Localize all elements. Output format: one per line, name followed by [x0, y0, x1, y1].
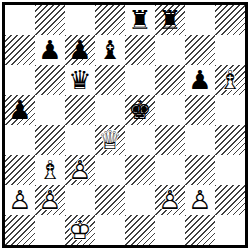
square-d3[interactable]	[95, 155, 125, 185]
square-h7[interactable]	[215, 35, 245, 65]
square-e6[interactable]	[125, 65, 155, 95]
square-f4[interactable]	[155, 125, 185, 155]
square-e2[interactable]	[125, 185, 155, 215]
piece-black-queen: ♛	[65, 65, 95, 95]
piece-outline: ♙	[65, 155, 95, 185]
square-g7[interactable]	[185, 35, 215, 65]
square-h2[interactable]	[215, 185, 245, 215]
square-c3[interactable]: ♟♙	[65, 155, 95, 185]
piece-outline: ♕	[95, 125, 125, 155]
square-e3[interactable]	[125, 155, 155, 185]
square-c5[interactable]	[65, 95, 95, 125]
square-h4[interactable]	[215, 125, 245, 155]
square-f2[interactable]: ♟♙	[155, 185, 185, 215]
square-g5[interactable]	[185, 95, 215, 125]
piece-white-bishop: ♝♗	[35, 155, 65, 185]
square-e4[interactable]	[125, 125, 155, 155]
square-f3[interactable]	[155, 155, 185, 185]
square-e7[interactable]	[125, 35, 155, 65]
square-b3[interactable]: ♝♗	[35, 155, 65, 185]
piece-outline: ♗	[35, 155, 65, 185]
square-g3[interactable]	[185, 155, 215, 185]
piece-outline: ♙	[35, 185, 65, 215]
square-f5[interactable]	[155, 95, 185, 125]
piece-outline: ♙	[5, 185, 35, 215]
square-h6[interactable]: ♝♗	[215, 65, 245, 95]
square-a1[interactable]	[5, 215, 35, 245]
square-d8[interactable]	[95, 5, 125, 35]
square-a7[interactable]	[5, 35, 35, 65]
piece-black-pawn: ♟	[35, 35, 65, 65]
piece-white-pawn: ♟♙	[5, 185, 35, 215]
piece-black-pawn: ♟	[65, 35, 95, 65]
square-c6[interactable]: ♛	[65, 65, 95, 95]
piece-white-queen: ♛♕	[95, 125, 125, 155]
square-d7[interactable]: ♝	[95, 35, 125, 65]
square-d2[interactable]	[95, 185, 125, 215]
square-a4[interactable]	[5, 125, 35, 155]
piece-white-pawn: ♟♙	[155, 185, 185, 215]
square-g8[interactable]	[185, 5, 215, 35]
square-b2[interactable]: ♟♙	[35, 185, 65, 215]
chess-board: ♜♜♟♟♝♛♟♝♗♟♚♛♕♝♗♟♙♟♙♟♙♟♙♟♙♚♔	[2, 2, 248, 248]
square-f7[interactable]	[155, 35, 185, 65]
piece-white-king: ♚♔	[65, 215, 95, 245]
square-c1[interactable]: ♚♔	[65, 215, 95, 245]
square-g6[interactable]: ♟	[185, 65, 215, 95]
square-g4[interactable]	[185, 125, 215, 155]
square-g1[interactable]	[185, 215, 215, 245]
piece-black-rook: ♜	[155, 5, 185, 35]
square-a3[interactable]	[5, 155, 35, 185]
piece-white-pawn: ♟♙	[35, 185, 65, 215]
square-d1[interactable]	[95, 215, 125, 245]
square-d4[interactable]: ♛♕	[95, 125, 125, 155]
chess-diagram: ♜♜♟♟♝♛♟♝♗♟♚♛♕♝♗♟♙♟♙♟♙♟♙♟♙♚♔	[2, 2, 248, 248]
square-a6[interactable]	[5, 65, 35, 95]
square-b6[interactable]	[35, 65, 65, 95]
square-f8[interactable]: ♜	[155, 5, 185, 35]
piece-outline: ♔	[65, 215, 95, 245]
square-d6[interactable]	[95, 65, 125, 95]
square-b8[interactable]	[35, 5, 65, 35]
square-c2[interactable]	[65, 185, 95, 215]
square-d5[interactable]	[95, 95, 125, 125]
square-f1[interactable]	[155, 215, 185, 245]
piece-white-pawn: ♟♙	[65, 155, 95, 185]
square-b1[interactable]	[35, 215, 65, 245]
piece-black-pawn: ♟	[5, 95, 35, 125]
piece-black-king: ♚	[125, 95, 155, 125]
square-e8[interactable]: ♜	[125, 5, 155, 35]
piece-black-pawn: ♟	[185, 65, 215, 95]
square-g2[interactable]: ♟♙	[185, 185, 215, 215]
square-b5[interactable]	[35, 95, 65, 125]
square-a8[interactable]	[5, 5, 35, 35]
square-c8[interactable]	[65, 5, 95, 35]
square-c7[interactable]: ♟	[65, 35, 95, 65]
square-h1[interactable]	[215, 215, 245, 245]
square-f6[interactable]	[155, 65, 185, 95]
square-c4[interactable]	[65, 125, 95, 155]
square-b4[interactable]	[35, 125, 65, 155]
square-a2[interactable]: ♟♙	[5, 185, 35, 215]
piece-outline: ♙	[185, 185, 215, 215]
piece-black-bishop: ♝	[95, 35, 125, 65]
square-e5[interactable]: ♚	[125, 95, 155, 125]
square-b7[interactable]: ♟	[35, 35, 65, 65]
piece-outline: ♙	[155, 185, 185, 215]
piece-white-pawn: ♟♙	[185, 185, 215, 215]
square-h8[interactable]	[215, 5, 245, 35]
square-e1[interactable]	[125, 215, 155, 245]
square-h3[interactable]	[215, 155, 245, 185]
square-h5[interactable]	[215, 95, 245, 125]
piece-outline: ♗	[215, 65, 245, 95]
square-a5[interactable]: ♟	[5, 95, 35, 125]
piece-white-bishop: ♝♗	[215, 65, 245, 95]
piece-black-rook: ♜	[125, 5, 155, 35]
